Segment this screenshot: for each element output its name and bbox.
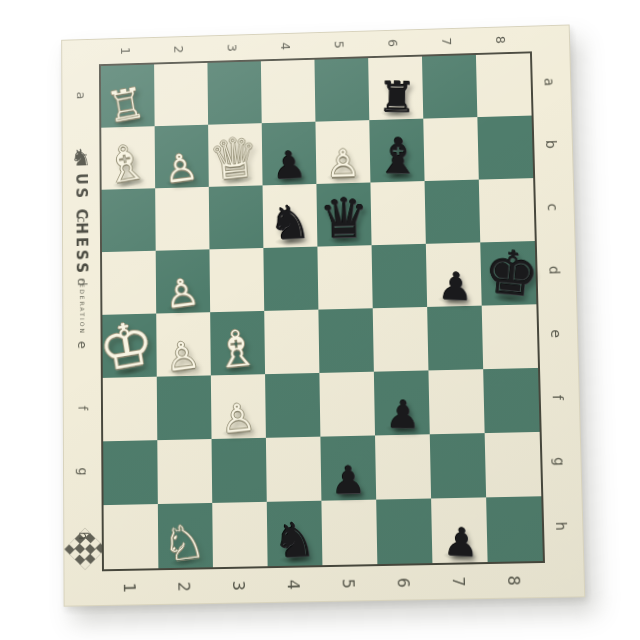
square-b2: ♙ [155,125,209,189]
square-g2 [157,439,212,504]
piece-white-pawn-d2: ♙ [162,273,201,313]
knight-logo-icon: ♞ [71,146,92,169]
piece-black-bishop-b6: ♝ [375,133,421,180]
square-b4: ♟ [262,122,317,186]
square-g8 [485,432,542,497]
piece-white-king-e1: ♔ [94,314,157,380]
square-g3 [212,438,267,503]
square-a7 [422,55,477,119]
square-d4 [263,247,318,311]
square-a2 [154,63,208,126]
square-g1 [103,440,158,505]
square-e8 [482,304,538,369]
piece-white-bishop-e3: ♗ [212,324,261,375]
square-e1: ♔ [102,314,156,378]
square-d5 [317,245,372,309]
square-f1 [103,377,158,442]
federation-wordmark: FEDERATION [78,279,85,335]
piece-black-knight-h4: ♞ [271,517,316,565]
piece-white-pawn-b2: ♙ [161,148,199,188]
piece-black-pawn-f6: ♟ [385,396,420,433]
square-d2: ♙ [156,249,210,313]
piece-black-queen-c5: ♛ [318,191,369,245]
square-c8 [479,178,535,242]
square-c2 [155,187,209,251]
square-a5 [314,58,369,122]
square-a8 [476,53,532,117]
square-g5: ♟ [320,435,376,500]
piece-black-knight-c4: ♞ [267,200,312,247]
square-f2 [157,375,212,440]
square-c1 [102,188,156,252]
square-b3: ♕ [208,123,262,187]
square-f8 [483,368,539,433]
piece-white-knight-h2: ♘ [159,518,207,568]
square-a1: ♖ [101,64,155,127]
square-c6 [370,181,425,245]
square-e7 [427,306,483,371]
piece-black-pawn-d7: ♟ [437,267,474,305]
square-h3 [212,502,267,567]
board-mat: 12345678 12345678 abcdefgh abcdefgh ♞ US… [61,24,585,606]
square-f6: ♟ [374,370,430,435]
square-e2: ♙ [156,312,211,376]
square-f7 [428,369,484,434]
square-d1 [102,251,156,315]
square-b1: ♗ [101,126,155,190]
board-grid: ♖♜♗♙♕♟♙♝♞♛♙♟♚♔♙♗♙♟♟♘♞♟ [99,51,545,571]
square-c4: ♞ [263,184,318,248]
piece-white-pawn-f3: ♙ [218,399,256,439]
square-h4: ♞ [267,501,323,566]
square-h2: ♘ [158,503,213,568]
piece-black-pawn-h7: ♟ [442,523,479,562]
piece-white-bishop-b1: ♗ [100,138,151,191]
photo-scene: 12345678 12345678 abcdefgh abcdefgh ♞ US… [0,0,640,640]
square-h8 [486,496,543,562]
square-b6: ♝ [369,119,424,183]
square-e4 [264,310,319,375]
square-d7: ♟ [426,242,482,307]
square-f3: ♙ [211,374,266,439]
square-e5 [318,308,373,373]
piece-white-queen-b3: ♕ [206,130,260,187]
square-f4 [265,373,320,438]
us-chess-wordmark: US CHESS [72,173,90,276]
square-e6 [373,307,429,372]
piece-black-rook-a6: ♜ [377,77,416,117]
square-d8: ♚ [480,241,536,306]
square-d6 [372,244,428,308]
square-h6 [376,498,432,564]
square-g6 [375,434,431,499]
piece-white-rook-a1: ♖ [103,83,147,129]
piece-white-pawn-e2: ♙ [163,336,202,376]
square-e3: ♗ [210,311,265,376]
square-a6: ♜ [368,57,423,121]
piece-black-king-d8: ♚ [481,244,541,306]
square-a4 [261,60,316,123]
square-g4 [266,437,322,502]
us-chess-branding: ♞ US CHESS FEDERATION [64,146,100,335]
square-g7 [430,433,486,498]
square-d3 [209,248,264,312]
square-c5: ♛ [316,182,371,246]
square-b7 [423,117,479,181]
square-h5 [321,500,377,566]
square-h1 [104,504,159,569]
piece-white-pawn-b5: ♙ [326,145,361,181]
square-f5 [319,372,375,437]
piece-black-pawn-b4: ♟ [271,146,307,184]
piece-black-pawn-g5: ♟ [331,461,366,498]
square-b8 [477,116,533,180]
square-c3 [209,185,264,249]
square-h7: ♟ [431,497,488,563]
square-b5: ♙ [315,120,370,184]
square-c7 [425,180,481,244]
square-a3 [207,61,261,124]
